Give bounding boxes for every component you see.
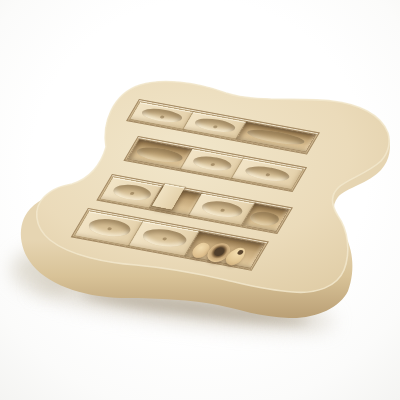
product-photo-scene: [0, 0, 400, 400]
open-compartment: [185, 232, 264, 268]
slider-cover[interactable]: [131, 102, 194, 128]
slider-cover[interactable]: [184, 112, 247, 138]
treat-well: [244, 127, 308, 148]
finger-dish: [139, 106, 185, 124]
slider-cover[interactable]: [232, 159, 302, 189]
puzzle-rows-layer: [0, 0, 400, 400]
finger-dish: [85, 217, 134, 240]
finger-dish: [192, 116, 238, 134]
finger-dish: [242, 163, 293, 183]
finger-dish: [139, 227, 189, 250]
finger-dish: [110, 182, 154, 202]
open-compartment: [237, 122, 316, 151]
treat-well: [247, 209, 283, 227]
finger-dish: [199, 199, 246, 220]
finger-dish: [190, 154, 235, 173]
treat-well: [134, 145, 186, 165]
